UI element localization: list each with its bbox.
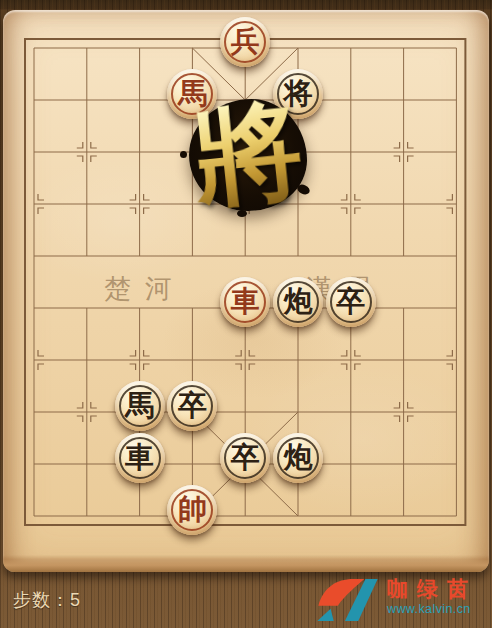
piece-black-cannon-1[interactable]: 炮 bbox=[273, 277, 323, 327]
piece-glyph: 車 bbox=[125, 443, 154, 472]
piece-glyph: 卒 bbox=[336, 287, 365, 316]
piece-glyph: 馬 bbox=[178, 79, 207, 108]
piece-red-general[interactable]: 帥 bbox=[167, 485, 217, 535]
piece-black-chariot[interactable]: 車 bbox=[115, 433, 165, 483]
piece-black-cannon-2[interactable]: 炮 bbox=[273, 433, 323, 483]
piece-glyph: 炮 bbox=[284, 287, 313, 316]
kalvin-logo-icon bbox=[316, 577, 380, 622]
move-counter-value: 5 bbox=[70, 590, 81, 610]
piece-glyph: 兵 bbox=[231, 27, 260, 56]
piece-red-soldier[interactable]: 兵 bbox=[220, 17, 270, 67]
move-counter: 步数：5 bbox=[13, 588, 81, 612]
piece-black-soldier-1[interactable]: 卒 bbox=[326, 277, 376, 327]
piece-glyph: 将 bbox=[284, 79, 313, 108]
piece-black-general[interactable]: 将 bbox=[273, 69, 323, 119]
piece-glyph: 炮 bbox=[284, 443, 313, 472]
piece-black-horse[interactable]: 馬 bbox=[115, 381, 165, 431]
piece-glyph: 卒 bbox=[231, 443, 260, 472]
piece-glyph: 馬 bbox=[125, 391, 154, 420]
piece-glyph: 車 bbox=[231, 287, 260, 316]
logo-teal-triangle bbox=[317, 609, 333, 621]
move-counter-label: 步数 bbox=[13, 590, 51, 610]
piece-red-horse[interactable]: 馬 bbox=[167, 69, 217, 119]
watermark: 咖绿茵 www.kalvin.cn bbox=[316, 577, 477, 622]
move-counter-separator: ： bbox=[51, 590, 70, 610]
piece-black-soldier-2[interactable]: 卒 bbox=[167, 381, 217, 431]
piece-black-soldier-3[interactable]: 卒 bbox=[220, 433, 270, 483]
xiangqi-board-pieces[interactable]: 兵馬将車炮卒馬卒車卒炮帥 bbox=[0, 0, 492, 628]
piece-glyph: 卒 bbox=[178, 391, 207, 420]
watermark-url: www.kalvin.cn bbox=[387, 602, 477, 616]
watermark-text: 咖绿茵 www.kalvin.cn bbox=[387, 577, 477, 616]
game-screen: 楚河 漢界 兵馬将車炮卒馬卒車卒炮帥 將 步数：5 咖绿茵 www.kalvin… bbox=[0, 0, 492, 628]
watermark-brand: 咖绿茵 bbox=[387, 577, 477, 601]
piece-red-chariot[interactable]: 車 bbox=[220, 277, 270, 327]
piece-glyph: 帥 bbox=[178, 495, 207, 524]
